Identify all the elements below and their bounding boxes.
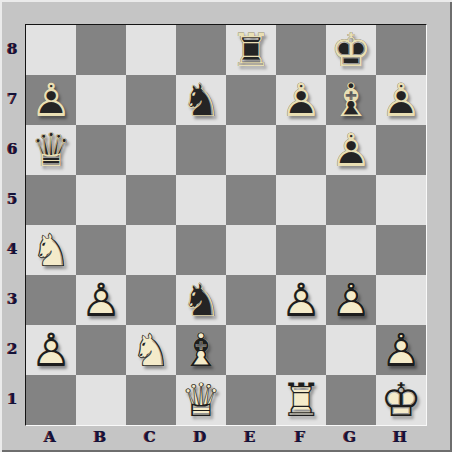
black-pawn-h7[interactable]: ♟♙ <box>376 75 426 125</box>
black-king-g8[interactable]: ♚♔ <box>326 25 376 75</box>
square-e7[interactable] <box>226 75 276 125</box>
square-h4[interactable] <box>376 225 426 275</box>
black-knight-d3[interactable]: ♞♘ <box>176 275 226 325</box>
square-g7[interactable]: ♝♗ <box>326 75 376 125</box>
rank-label-2: 2 <box>0 324 25 374</box>
square-c4[interactable] <box>126 225 176 275</box>
piece-outline-glyph: ♗ <box>176 325 226 375</box>
square-d6[interactable] <box>176 125 226 175</box>
square-b5[interactable] <box>76 175 126 225</box>
white-pawn-f3[interactable]: ♟♙ <box>276 275 326 325</box>
square-h8[interactable] <box>376 25 426 75</box>
square-g6[interactable]: ♟♙ <box>326 125 376 175</box>
square-e8[interactable]: ♜♖ <box>226 25 276 75</box>
square-h6[interactable] <box>376 125 426 175</box>
white-pawn-a2[interactable]: ♟♙ <box>26 325 76 375</box>
piece-outline-glyph: ♕ <box>176 375 226 425</box>
file-label-f: F <box>275 425 325 452</box>
piece-outline-glyph: ♙ <box>26 325 76 375</box>
rank-label-5: 5 <box>0 174 25 224</box>
square-b6[interactable] <box>76 125 126 175</box>
square-d7[interactable]: ♞♘ <box>176 75 226 125</box>
black-queen-a6[interactable]: ♛♕ <box>26 125 76 175</box>
rank-label-8: 8 <box>0 24 25 74</box>
piece-outline-glyph: ♙ <box>26 75 76 125</box>
square-c6[interactable] <box>126 125 176 175</box>
square-c7[interactable] <box>126 75 176 125</box>
file-label-e: E <box>225 425 275 452</box>
square-d1[interactable]: ♛♕ <box>176 375 226 425</box>
white-pawn-b3[interactable]: ♟♙ <box>76 275 126 325</box>
square-h1[interactable]: ♚♔ <box>376 375 426 425</box>
square-a7[interactable]: ♟♙ <box>26 75 76 125</box>
white-bishop-d2[interactable]: ♝♗ <box>176 325 226 375</box>
square-d8[interactable] <box>176 25 226 75</box>
white-king-h1[interactable]: ♚♔ <box>376 375 426 425</box>
piece-outline-glyph: ♘ <box>26 225 76 275</box>
square-e6[interactable] <box>226 125 276 175</box>
file-label-c: C <box>125 425 175 452</box>
file-label-h: H <box>375 425 425 452</box>
white-queen-d1[interactable]: ♛♕ <box>176 375 226 425</box>
square-f6[interactable] <box>276 125 326 175</box>
rank-label-3: 3 <box>0 274 25 324</box>
square-a8[interactable] <box>26 25 76 75</box>
piece-outline-glyph: ♙ <box>376 325 426 375</box>
black-bishop-g7[interactable]: ♝♗ <box>326 75 376 125</box>
square-a6[interactable]: ♛♕ <box>26 125 76 175</box>
square-g4[interactable] <box>326 225 376 275</box>
square-d2[interactable]: ♝♗ <box>176 325 226 375</box>
white-rook-f1[interactable]: ♜♖ <box>276 375 326 425</box>
rank-label-7: 7 <box>0 74 25 124</box>
piece-outline-glyph: ♖ <box>226 25 276 75</box>
square-e4[interactable] <box>226 225 276 275</box>
black-rook-e8[interactable]: ♜♖ <box>226 25 276 75</box>
square-f7[interactable]: ♟♙ <box>276 75 326 125</box>
file-label-d: D <box>175 425 225 452</box>
black-pawn-g6[interactable]: ♟♙ <box>326 125 376 175</box>
square-a3[interactable] <box>26 275 76 325</box>
rank-label-4: 4 <box>0 224 25 274</box>
piece-outline-glyph: ♙ <box>76 275 126 325</box>
square-c5[interactable] <box>126 175 176 225</box>
square-b2[interactable] <box>76 325 126 375</box>
square-a5[interactable] <box>26 175 76 225</box>
square-b3[interactable]: ♟♙ <box>76 275 126 325</box>
piece-outline-glyph: ♗ <box>326 75 376 125</box>
piece-outline-glyph: ♙ <box>276 75 326 125</box>
square-b7[interactable] <box>76 75 126 125</box>
square-f3[interactable]: ♟♙ <box>276 275 326 325</box>
square-b8[interactable] <box>76 25 126 75</box>
square-f1[interactable]: ♜♖ <box>276 375 326 425</box>
white-pawn-g3[interactable]: ♟♙ <box>326 275 376 325</box>
piece-outline-glyph: ♙ <box>326 125 376 175</box>
piece-outline-glyph: ♕ <box>26 125 76 175</box>
square-e3[interactable] <box>226 275 276 325</box>
rank-labels: 8 7 6 5 4 3 2 1 <box>0 24 25 424</box>
piece-outline-glyph: ♘ <box>126 325 176 375</box>
square-f8[interactable] <box>276 25 326 75</box>
black-knight-d7[interactable]: ♞♘ <box>176 75 226 125</box>
white-knight-c2[interactable]: ♞♘ <box>126 325 176 375</box>
square-e5[interactable] <box>226 175 276 225</box>
square-g3[interactable]: ♟♙ <box>326 275 376 325</box>
file-label-b: B <box>75 425 125 452</box>
piece-outline-glyph: ♙ <box>326 275 376 325</box>
piece-outline-glyph: ♙ <box>376 75 426 125</box>
square-d5[interactable] <box>176 175 226 225</box>
square-c8[interactable] <box>126 25 176 75</box>
piece-outline-glyph: ♔ <box>376 375 426 425</box>
white-pawn-h2[interactable]: ♟♙ <box>376 325 426 375</box>
file-label-a: A <box>25 425 75 452</box>
file-labels: A B C D E F G H <box>25 425 425 452</box>
square-d4[interactable] <box>176 225 226 275</box>
square-h2[interactable]: ♟♙ <box>376 325 426 375</box>
square-g8[interactable]: ♚♔ <box>326 25 376 75</box>
square-e1[interactable] <box>226 375 276 425</box>
rank-label-6: 6 <box>0 124 25 174</box>
rank-label-1: 1 <box>0 374 25 424</box>
square-d3[interactable]: ♞♘ <box>176 275 226 325</box>
piece-outline-glyph: ♘ <box>176 275 226 325</box>
square-g5[interactable] <box>326 175 376 225</box>
square-g2[interactable] <box>326 325 376 375</box>
piece-outline-glyph: ♙ <box>276 275 326 325</box>
square-c2[interactable]: ♞♘ <box>126 325 176 375</box>
piece-outline-glyph: ♔ <box>326 25 376 75</box>
black-pawn-a7[interactable]: ♟♙ <box>26 75 76 125</box>
square-b4[interactable] <box>76 225 126 275</box>
square-f5[interactable] <box>276 175 326 225</box>
square-h3[interactable] <box>376 275 426 325</box>
piece-outline-glyph: ♖ <box>276 375 326 425</box>
black-pawn-f7[interactable]: ♟♙ <box>276 75 326 125</box>
square-h7[interactable]: ♟♙ <box>376 75 426 125</box>
square-e2[interactable] <box>226 325 276 375</box>
white-knight-a4[interactable]: ♞♘ <box>26 225 76 275</box>
board: ♜♖♚♔♟♙♞♘♟♙♝♗♟♙♛♕♟♙♞♘♟♙♞♘♟♙♟♙♟♙♞♘♝♗♟♙♛♕♜♖… <box>25 24 427 426</box>
file-label-g: G <box>325 425 375 452</box>
square-a1[interactable] <box>26 375 76 425</box>
square-h5[interactable] <box>376 175 426 225</box>
square-a2[interactable]: ♟♙ <box>26 325 76 375</box>
square-f2[interactable] <box>276 325 326 375</box>
square-f4[interactable] <box>276 225 326 275</box>
square-b1[interactable] <box>76 375 126 425</box>
square-c3[interactable] <box>126 275 176 325</box>
square-c1[interactable] <box>126 375 176 425</box>
piece-outline-glyph: ♘ <box>176 75 226 125</box>
board-frame: 8 7 6 5 4 3 2 1 ♜♖♚♔♟♙♞♘♟♙♝♗♟♙♛♕♟♙♞♘♟♙♞♘… <box>0 0 452 452</box>
square-a4[interactable]: ♞♘ <box>26 225 76 275</box>
square-g1[interactable] <box>326 375 376 425</box>
